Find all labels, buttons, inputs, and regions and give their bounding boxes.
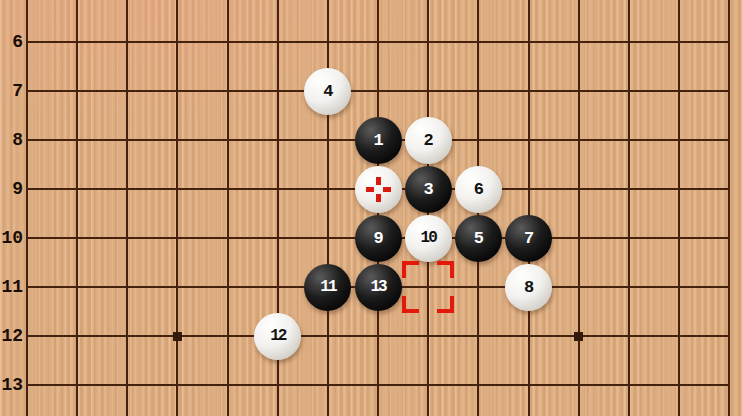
row-label-11: 11 — [0, 276, 23, 298]
crosshair-bar — [383, 187, 391, 192]
stone-white-6: 6 — [455, 166, 502, 213]
row-label-13: 13 — [0, 374, 23, 396]
grid-line-vertical — [26, 0, 28, 416]
crosshair-bar — [376, 177, 381, 185]
stone-black-13: 13 — [355, 264, 402, 311]
stone-number: 9 — [373, 229, 382, 248]
stone-white-8: 8 — [505, 264, 552, 311]
star-point — [173, 332, 182, 341]
stone-number: 2 — [424, 131, 433, 150]
stone-black-7: 7 — [505, 215, 552, 262]
grid-line-horizontal — [26, 335, 730, 337]
stone-white-4: 4 — [304, 68, 351, 115]
grid-line-horizontal — [26, 90, 730, 92]
row-label-8: 8 — [0, 129, 23, 151]
selection-bracket-corner — [437, 261, 454, 278]
stone-black-9: 9 — [355, 215, 402, 262]
crosshair-bar — [366, 187, 374, 192]
stone-number: 8 — [524, 278, 533, 297]
grid-line-vertical — [728, 0, 730, 416]
stone-number: 4 — [323, 82, 332, 101]
selection-bracket-corner — [437, 296, 454, 313]
stone-black-1: 1 — [355, 117, 402, 164]
stone-black-11: 11 — [304, 264, 351, 311]
grid-line-vertical — [327, 0, 329, 416]
stone-number: 11 — [320, 278, 335, 296]
stone-white-last-move — [355, 166, 402, 213]
stone-number: 7 — [524, 229, 533, 248]
grid-line-vertical — [528, 0, 530, 416]
stone-number: 1 — [373, 131, 382, 150]
crosshair-bar — [376, 194, 381, 202]
stone-number: 6 — [474, 180, 483, 199]
grid-line-vertical — [76, 0, 78, 416]
stone-number: 10 — [421, 229, 436, 247]
stone-black-5: 5 — [455, 215, 502, 262]
grid-line-vertical — [176, 0, 178, 416]
grid-line-vertical — [578, 0, 580, 416]
stone-number: 5 — [474, 229, 483, 248]
row-label-7: 7 — [0, 80, 23, 102]
stone-white-2: 2 — [405, 117, 452, 164]
stone-black-3: 3 — [405, 166, 452, 213]
grid-line-horizontal — [26, 41, 730, 43]
grid-line-vertical — [628, 0, 630, 416]
stone-white-12: 12 — [254, 313, 301, 360]
row-label-12: 12 — [0, 325, 23, 347]
stone-white-10: 10 — [405, 215, 452, 262]
last-move-crosshair-icon — [366, 177, 391, 202]
selection-bracket-marker[interactable] — [402, 261, 454, 313]
row-label-6: 6 — [0, 31, 23, 53]
selection-bracket-corner — [402, 261, 419, 278]
row-label-9: 9 — [0, 178, 23, 200]
grid-line-vertical — [678, 0, 680, 416]
grid-line-vertical — [227, 0, 229, 416]
grid-line-horizontal — [26, 384, 730, 386]
star-point — [574, 332, 583, 341]
row-label-10: 10 — [0, 227, 23, 249]
goban-viewport: 67891011121312345678910111213 — [0, 0, 742, 416]
stone-number: 13 — [370, 278, 385, 296]
stone-number: 12 — [270, 327, 285, 345]
selection-bracket-corner — [402, 296, 419, 313]
stone-number: 3 — [424, 180, 433, 199]
grid-line-vertical — [126, 0, 128, 416]
